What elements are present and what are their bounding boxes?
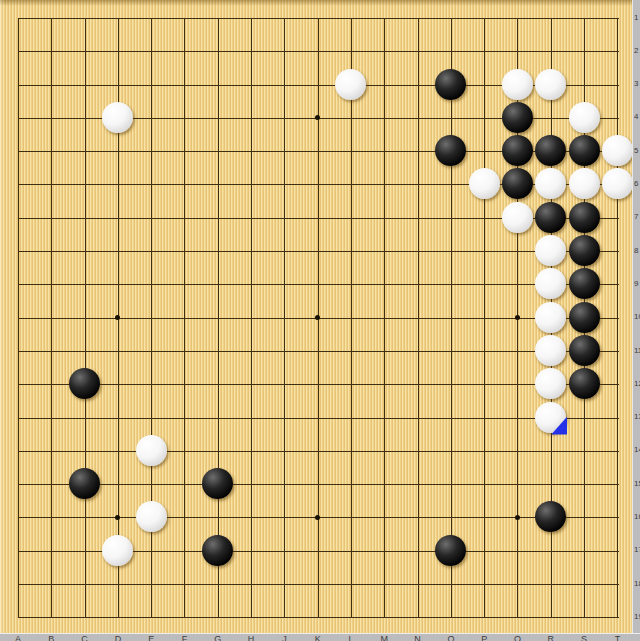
intersection-L4[interactable]	[334, 101, 367, 134]
intersection-H11[interactable]	[234, 334, 267, 367]
intersection-K19[interactable]	[301, 600, 334, 633]
intersection-B5[interactable]	[35, 134, 68, 167]
intersection-G6[interactable]	[201, 167, 234, 200]
intersection-F6[interactable]	[168, 167, 201, 200]
intersection-T17[interactable]	[601, 534, 634, 567]
intersection-Q9[interactable]	[501, 267, 534, 300]
intersection-Q16[interactable]	[501, 500, 534, 533]
intersection-S10[interactable]	[567, 301, 600, 334]
intersection-R16[interactable]	[534, 500, 567, 533]
intersection-A12[interactable]	[1, 367, 34, 400]
intersection-F18[interactable]	[168, 567, 201, 600]
intersection-O1[interactable]	[434, 1, 467, 34]
intersection-A14[interactable]	[1, 434, 34, 467]
intersection-P5[interactable]	[468, 134, 501, 167]
intersection-F7[interactable]	[168, 201, 201, 234]
intersection-A2[interactable]	[1, 34, 34, 67]
intersection-M13[interactable]	[368, 400, 401, 433]
intersection-R15[interactable]	[534, 467, 567, 500]
intersection-J17[interactable]	[268, 534, 301, 567]
intersection-G2[interactable]	[201, 34, 234, 67]
intersection-E7[interactable]	[135, 201, 168, 234]
intersection-J13[interactable]	[268, 400, 301, 433]
intersection-Q4[interactable]	[501, 101, 534, 134]
intersection-E4[interactable]	[135, 101, 168, 134]
intersection-H19[interactable]	[234, 600, 267, 633]
intersection-K2[interactable]	[301, 34, 334, 67]
intersection-N18[interactable]	[401, 567, 434, 600]
intersection-L10[interactable]	[334, 301, 367, 334]
intersection-S3[interactable]	[567, 67, 600, 100]
intersection-J2[interactable]	[268, 34, 301, 67]
intersection-S16[interactable]	[567, 500, 600, 533]
intersection-A10[interactable]	[1, 301, 34, 334]
intersection-J8[interactable]	[268, 234, 301, 267]
intersection-Q14[interactable]	[501, 434, 534, 467]
intersection-O6[interactable]	[434, 167, 467, 200]
intersection-N13[interactable]	[401, 400, 434, 433]
intersection-R13[interactable]	[534, 400, 567, 433]
intersection-G12[interactable]	[201, 367, 234, 400]
intersection-H14[interactable]	[234, 434, 267, 467]
intersection-H12[interactable]	[234, 367, 267, 400]
intersection-C11[interactable]	[68, 334, 101, 367]
intersection-P16[interactable]	[468, 500, 501, 533]
intersection-Q2[interactable]	[501, 34, 534, 67]
intersection-M8[interactable]	[368, 234, 401, 267]
intersection-Q5[interactable]	[501, 134, 534, 167]
intersection-L8[interactable]	[334, 234, 367, 267]
intersection-P4[interactable]	[468, 101, 501, 134]
intersection-A13[interactable]	[1, 400, 34, 433]
intersection-D9[interactable]	[101, 267, 134, 300]
intersection-A17[interactable]	[1, 534, 34, 567]
intersection-G19[interactable]	[201, 600, 234, 633]
intersection-D11[interactable]	[101, 334, 134, 367]
intersection-R12[interactable]	[534, 367, 567, 400]
intersection-D7[interactable]	[101, 201, 134, 234]
intersection-N4[interactable]	[401, 101, 434, 134]
intersection-D4[interactable]	[101, 101, 134, 134]
intersection-P2[interactable]	[468, 34, 501, 67]
intersection-L15[interactable]	[334, 467, 367, 500]
intersection-D5[interactable]	[101, 134, 134, 167]
intersection-C7[interactable]	[68, 201, 101, 234]
intersection-E16[interactable]	[135, 500, 168, 533]
intersection-T7[interactable]	[601, 201, 634, 234]
intersection-B14[interactable]	[35, 434, 68, 467]
intersection-G1[interactable]	[201, 1, 234, 34]
intersection-M11[interactable]	[368, 334, 401, 367]
intersection-M19[interactable]	[368, 600, 401, 633]
intersection-T1[interactable]	[601, 1, 634, 34]
intersection-F14[interactable]	[168, 434, 201, 467]
intersection-F1[interactable]	[168, 1, 201, 34]
intersection-F15[interactable]	[168, 467, 201, 500]
intersection-L5[interactable]	[334, 134, 367, 167]
intersection-C10[interactable]	[68, 301, 101, 334]
intersection-B7[interactable]	[35, 201, 68, 234]
intersection-C5[interactable]	[68, 134, 101, 167]
intersection-T13[interactable]	[601, 400, 634, 433]
intersection-K4[interactable]	[301, 101, 334, 134]
intersection-T8[interactable]	[601, 234, 634, 267]
intersection-C12[interactable]	[68, 367, 101, 400]
intersection-T2[interactable]	[601, 34, 634, 67]
intersection-E5[interactable]	[135, 134, 168, 167]
intersection-S13[interactable]	[567, 400, 600, 433]
intersection-E13[interactable]	[135, 400, 168, 433]
intersection-N6[interactable]	[401, 167, 434, 200]
intersection-F19[interactable]	[168, 600, 201, 633]
intersection-K6[interactable]	[301, 167, 334, 200]
intersection-K15[interactable]	[301, 467, 334, 500]
intersection-A6[interactable]	[1, 167, 34, 200]
intersection-H17[interactable]	[234, 534, 267, 567]
intersection-R11[interactable]	[534, 334, 567, 367]
intersection-K11[interactable]	[301, 334, 334, 367]
intersection-A11[interactable]	[1, 334, 34, 367]
intersection-M2[interactable]	[368, 34, 401, 67]
intersection-P13[interactable]	[468, 400, 501, 433]
intersection-J1[interactable]	[268, 1, 301, 34]
intersection-T6[interactable]	[601, 167, 634, 200]
intersection-D6[interactable]	[101, 167, 134, 200]
intersection-J15[interactable]	[268, 467, 301, 500]
intersection-H1[interactable]	[234, 1, 267, 34]
intersection-M3[interactable]	[368, 67, 401, 100]
intersection-P14[interactable]	[468, 434, 501, 467]
intersection-S2[interactable]	[567, 34, 600, 67]
intersection-E11[interactable]	[135, 334, 168, 367]
intersection-Q12[interactable]	[501, 367, 534, 400]
intersection-B12[interactable]	[35, 367, 68, 400]
intersection-O5[interactable]	[434, 134, 467, 167]
intersection-J9[interactable]	[268, 267, 301, 300]
intersection-E14[interactable]	[135, 434, 168, 467]
intersection-B16[interactable]	[35, 500, 68, 533]
intersection-F4[interactable]	[168, 101, 201, 134]
intersection-E2[interactable]	[135, 34, 168, 67]
intersection-P15[interactable]	[468, 467, 501, 500]
intersection-R18[interactable]	[534, 567, 567, 600]
intersection-O7[interactable]	[434, 201, 467, 234]
intersection-R4[interactable]	[534, 101, 567, 134]
intersection-B10[interactable]	[35, 301, 68, 334]
intersection-D8[interactable]	[101, 234, 134, 267]
intersection-S7[interactable]	[567, 201, 600, 234]
intersection-Q7[interactable]	[501, 201, 534, 234]
intersection-A1[interactable]	[1, 1, 34, 34]
intersection-M16[interactable]	[368, 500, 401, 533]
intersection-S17[interactable]	[567, 534, 600, 567]
intersection-L14[interactable]	[334, 434, 367, 467]
intersection-J5[interactable]	[268, 134, 301, 167]
intersection-N16[interactable]	[401, 500, 434, 533]
intersection-J16[interactable]	[268, 500, 301, 533]
intersection-R8[interactable]	[534, 234, 567, 267]
intersection-O13[interactable]	[434, 400, 467, 433]
intersection-E18[interactable]	[135, 567, 168, 600]
intersection-O10[interactable]	[434, 301, 467, 334]
intersection-O14[interactable]	[434, 434, 467, 467]
intersection-A9[interactable]	[1, 267, 34, 300]
intersection-N12[interactable]	[401, 367, 434, 400]
intersection-L9[interactable]	[334, 267, 367, 300]
intersection-R5[interactable]	[534, 134, 567, 167]
intersection-S1[interactable]	[567, 1, 600, 34]
intersection-N15[interactable]	[401, 467, 434, 500]
intersection-K17[interactable]	[301, 534, 334, 567]
intersection-C18[interactable]	[68, 567, 101, 600]
intersection-H7[interactable]	[234, 201, 267, 234]
intersection-G7[interactable]	[201, 201, 234, 234]
intersection-N9[interactable]	[401, 267, 434, 300]
intersection-D19[interactable]	[101, 600, 134, 633]
intersection-P10[interactable]	[468, 301, 501, 334]
intersection-T11[interactable]	[601, 334, 634, 367]
intersection-N10[interactable]	[401, 301, 434, 334]
intersection-C15[interactable]	[68, 467, 101, 500]
intersection-G16[interactable]	[201, 500, 234, 533]
intersection-M17[interactable]	[368, 534, 401, 567]
intersection-A19[interactable]	[1, 600, 34, 633]
intersection-H9[interactable]	[234, 267, 267, 300]
intersection-T5[interactable]	[601, 134, 634, 167]
intersection-E1[interactable]	[135, 1, 168, 34]
intersection-F10[interactable]	[168, 301, 201, 334]
intersection-E9[interactable]	[135, 267, 168, 300]
intersection-J12[interactable]	[268, 367, 301, 400]
intersection-N14[interactable]	[401, 434, 434, 467]
intersection-M18[interactable]	[368, 567, 401, 600]
intersection-E19[interactable]	[135, 600, 168, 633]
intersection-R7[interactable]	[534, 201, 567, 234]
intersection-F17[interactable]	[168, 534, 201, 567]
intersection-O19[interactable]	[434, 600, 467, 633]
intersection-K1[interactable]	[301, 1, 334, 34]
intersection-E8[interactable]	[135, 234, 168, 267]
intersection-K13[interactable]	[301, 400, 334, 433]
intersection-J6[interactable]	[268, 167, 301, 200]
intersection-J18[interactable]	[268, 567, 301, 600]
intersection-L12[interactable]	[334, 367, 367, 400]
intersection-A5[interactable]	[1, 134, 34, 167]
intersection-Q18[interactable]	[501, 567, 534, 600]
intersection-T14[interactable]	[601, 434, 634, 467]
intersection-C9[interactable]	[68, 267, 101, 300]
intersection-Q19[interactable]	[501, 600, 534, 633]
intersection-C1[interactable]	[68, 1, 101, 34]
intersection-S18[interactable]	[567, 567, 600, 600]
intersection-E10[interactable]	[135, 301, 168, 334]
intersection-T3[interactable]	[601, 67, 634, 100]
intersection-L18[interactable]	[334, 567, 367, 600]
intersection-F5[interactable]	[168, 134, 201, 167]
intersection-G18[interactable]	[201, 567, 234, 600]
intersection-P12[interactable]	[468, 367, 501, 400]
intersection-Q1[interactable]	[501, 1, 534, 34]
intersection-F3[interactable]	[168, 67, 201, 100]
intersection-A4[interactable]	[1, 101, 34, 134]
intersection-E6[interactable]	[135, 167, 168, 200]
intersection-R9[interactable]	[534, 267, 567, 300]
intersection-D1[interactable]	[101, 1, 134, 34]
intersection-N5[interactable]	[401, 134, 434, 167]
intersection-L16[interactable]	[334, 500, 367, 533]
intersection-B17[interactable]	[35, 534, 68, 567]
intersection-K9[interactable]	[301, 267, 334, 300]
intersection-Q10[interactable]	[501, 301, 534, 334]
intersection-G3[interactable]	[201, 67, 234, 100]
intersection-S6[interactable]	[567, 167, 600, 200]
intersection-K18[interactable]	[301, 567, 334, 600]
intersection-P8[interactable]	[468, 234, 501, 267]
intersection-E12[interactable]	[135, 367, 168, 400]
intersection-M6[interactable]	[368, 167, 401, 200]
intersection-S15[interactable]	[567, 467, 600, 500]
intersection-Q3[interactable]	[501, 67, 534, 100]
intersection-M7[interactable]	[368, 201, 401, 234]
intersection-O11[interactable]	[434, 334, 467, 367]
intersection-O2[interactable]	[434, 34, 467, 67]
intersection-L1[interactable]	[334, 1, 367, 34]
intersection-P9[interactable]	[468, 267, 501, 300]
intersection-C6[interactable]	[68, 167, 101, 200]
intersection-P19[interactable]	[468, 600, 501, 633]
intersection-O17[interactable]	[434, 534, 467, 567]
intersection-B2[interactable]	[35, 34, 68, 67]
intersection-D2[interactable]	[101, 34, 134, 67]
intersection-J4[interactable]	[268, 101, 301, 134]
intersection-M4[interactable]	[368, 101, 401, 134]
intersection-G9[interactable]	[201, 267, 234, 300]
intersection-F8[interactable]	[168, 234, 201, 267]
intersection-P7[interactable]	[468, 201, 501, 234]
intersection-N11[interactable]	[401, 334, 434, 367]
intersection-C2[interactable]	[68, 34, 101, 67]
intersection-O9[interactable]	[434, 267, 467, 300]
intersection-R10[interactable]	[534, 301, 567, 334]
intersection-M15[interactable]	[368, 467, 401, 500]
intersection-D17[interactable]	[101, 534, 134, 567]
intersection-N19[interactable]	[401, 600, 434, 633]
intersection-G10[interactable]	[201, 301, 234, 334]
intersection-K3[interactable]	[301, 67, 334, 100]
intersection-F12[interactable]	[168, 367, 201, 400]
intersection-L7[interactable]	[334, 201, 367, 234]
intersection-G5[interactable]	[201, 134, 234, 167]
intersection-O18[interactable]	[434, 567, 467, 600]
intersection-K12[interactable]	[301, 367, 334, 400]
intersection-B4[interactable]	[35, 101, 68, 134]
intersection-B8[interactable]	[35, 234, 68, 267]
intersection-C8[interactable]	[68, 234, 101, 267]
intersection-B1[interactable]	[35, 1, 68, 34]
intersection-H18[interactable]	[234, 567, 267, 600]
intersection-B18[interactable]	[35, 567, 68, 600]
intersection-M10[interactable]	[368, 301, 401, 334]
intersection-R2[interactable]	[534, 34, 567, 67]
intersection-S5[interactable]	[567, 134, 600, 167]
intersection-Q8[interactable]	[501, 234, 534, 267]
intersection-A8[interactable]	[1, 234, 34, 267]
intersection-J11[interactable]	[268, 334, 301, 367]
intersection-M1[interactable]	[368, 1, 401, 34]
intersection-M14[interactable]	[368, 434, 401, 467]
intersection-Q17[interactable]	[501, 534, 534, 567]
intersection-H2[interactable]	[234, 34, 267, 67]
intersection-R17[interactable]	[534, 534, 567, 567]
intersection-L2[interactable]	[334, 34, 367, 67]
intersection-L19[interactable]	[334, 600, 367, 633]
intersection-E15[interactable]	[135, 467, 168, 500]
intersection-F11[interactable]	[168, 334, 201, 367]
intersection-T9[interactable]	[601, 267, 634, 300]
intersection-L3[interactable]	[334, 67, 367, 100]
intersection-S12[interactable]	[567, 367, 600, 400]
intersection-C3[interactable]	[68, 67, 101, 100]
intersection-H4[interactable]	[234, 101, 267, 134]
intersection-J3[interactable]	[268, 67, 301, 100]
intersection-K10[interactable]	[301, 301, 334, 334]
intersection-J7[interactable]	[268, 201, 301, 234]
intersection-R6[interactable]	[534, 167, 567, 200]
intersection-H5[interactable]	[234, 134, 267, 167]
intersection-S4[interactable]	[567, 101, 600, 134]
intersection-S9[interactable]	[567, 267, 600, 300]
intersection-N17[interactable]	[401, 534, 434, 567]
intersection-Q6[interactable]	[501, 167, 534, 200]
intersection-P3[interactable]	[468, 67, 501, 100]
intersection-F2[interactable]	[168, 34, 201, 67]
intersection-M5[interactable]	[368, 134, 401, 167]
intersection-H3[interactable]	[234, 67, 267, 100]
intersection-B15[interactable]	[35, 467, 68, 500]
intersection-B6[interactable]	[35, 167, 68, 200]
intersection-P17[interactable]	[468, 534, 501, 567]
intersection-G8[interactable]	[201, 234, 234, 267]
intersection-K7[interactable]	[301, 201, 334, 234]
intersection-L11[interactable]	[334, 334, 367, 367]
intersection-S11[interactable]	[567, 334, 600, 367]
intersection-H13[interactable]	[234, 400, 267, 433]
intersection-C16[interactable]	[68, 500, 101, 533]
intersection-A3[interactable]	[1, 67, 34, 100]
intersection-J14[interactable]	[268, 434, 301, 467]
intersection-H15[interactable]	[234, 467, 267, 500]
intersection-J10[interactable]	[268, 301, 301, 334]
intersection-H10[interactable]	[234, 301, 267, 334]
intersection-D15[interactable]	[101, 467, 134, 500]
intersection-B11[interactable]	[35, 334, 68, 367]
intersection-T4[interactable]	[601, 101, 634, 134]
intersection-D12[interactable]	[101, 367, 134, 400]
intersection-D13[interactable]	[101, 400, 134, 433]
intersection-T19[interactable]	[601, 600, 634, 633]
intersection-K14[interactable]	[301, 434, 334, 467]
intersection-S14[interactable]	[567, 434, 600, 467]
intersection-O15[interactable]	[434, 467, 467, 500]
intersection-H6[interactable]	[234, 167, 267, 200]
intersection-N2[interactable]	[401, 34, 434, 67]
intersection-D18[interactable]	[101, 567, 134, 600]
intersection-F13[interactable]	[168, 400, 201, 433]
intersection-N3[interactable]	[401, 67, 434, 100]
intersection-O16[interactable]	[434, 500, 467, 533]
intersection-K8[interactable]	[301, 234, 334, 267]
intersection-B9[interactable]	[35, 267, 68, 300]
